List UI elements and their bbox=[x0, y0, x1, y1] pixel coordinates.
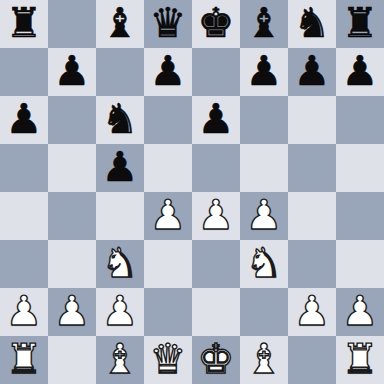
square-b4[interactable] bbox=[48, 192, 96, 240]
square-h3[interactable] bbox=[336, 240, 384, 288]
square-c3[interactable]: ♞ bbox=[96, 240, 144, 288]
black-pawn-piece[interactable]: ♟ bbox=[294, 47, 331, 95]
black-queen-piece[interactable]: ♛ bbox=[150, 0, 187, 47]
square-h5[interactable] bbox=[336, 144, 384, 192]
white-pawn-piece[interactable]: ♟ bbox=[54, 287, 91, 335]
square-a1[interactable]: ♜ bbox=[0, 336, 48, 384]
square-b3[interactable] bbox=[48, 240, 96, 288]
square-b8[interactable] bbox=[48, 0, 96, 48]
square-e8[interactable]: ♚ bbox=[192, 0, 240, 48]
square-a8[interactable]: ♜ bbox=[0, 0, 48, 48]
black-rook-piece[interactable]: ♜ bbox=[6, 0, 43, 47]
square-g5[interactable] bbox=[288, 144, 336, 192]
black-knight-piece[interactable]: ♞ bbox=[102, 95, 139, 143]
square-d1[interactable]: ♛ bbox=[144, 336, 192, 384]
square-h4[interactable] bbox=[336, 192, 384, 240]
black-bishop-piece[interactable]: ♝ bbox=[246, 0, 283, 47]
black-knight-piece[interactable]: ♞ bbox=[294, 0, 331, 47]
square-b6[interactable] bbox=[48, 96, 96, 144]
square-c4[interactable] bbox=[96, 192, 144, 240]
square-g3[interactable] bbox=[288, 240, 336, 288]
chess-board: ♜♝♛♚♝♞♜♟♟♟♟♟♟♞♟♟♟♟♟♞♞♟♟♟♟♟♜♝♛♚♝♜ bbox=[0, 0, 384, 384]
square-c1[interactable]: ♝ bbox=[96, 336, 144, 384]
square-f6[interactable] bbox=[240, 96, 288, 144]
square-f5[interactable] bbox=[240, 144, 288, 192]
square-f2[interactable] bbox=[240, 288, 288, 336]
square-c5[interactable]: ♟ bbox=[96, 144, 144, 192]
black-king-piece[interactable]: ♚ bbox=[198, 0, 235, 47]
square-b7[interactable]: ♟ bbox=[48, 48, 96, 96]
white-queen-piece[interactable]: ♛ bbox=[150, 335, 187, 383]
square-g4[interactable] bbox=[288, 192, 336, 240]
black-rook-piece[interactable]: ♜ bbox=[342, 0, 379, 47]
square-e6[interactable]: ♟ bbox=[192, 96, 240, 144]
square-b5[interactable] bbox=[48, 144, 96, 192]
square-d5[interactable] bbox=[144, 144, 192, 192]
square-d7[interactable]: ♟ bbox=[144, 48, 192, 96]
black-pawn-piece[interactable]: ♟ bbox=[6, 95, 43, 143]
square-c2[interactable]: ♟ bbox=[96, 288, 144, 336]
white-pawn-piece[interactable]: ♟ bbox=[198, 191, 235, 239]
square-a4[interactable] bbox=[0, 192, 48, 240]
square-h1[interactable]: ♜ bbox=[336, 336, 384, 384]
square-d2[interactable] bbox=[144, 288, 192, 336]
white-pawn-piece[interactable]: ♟ bbox=[150, 191, 187, 239]
square-g8[interactable]: ♞ bbox=[288, 0, 336, 48]
square-a7[interactable] bbox=[0, 48, 48, 96]
square-h2[interactable]: ♟ bbox=[336, 288, 384, 336]
square-b2[interactable]: ♟ bbox=[48, 288, 96, 336]
white-pawn-piece[interactable]: ♟ bbox=[342, 287, 379, 335]
square-g1[interactable] bbox=[288, 336, 336, 384]
square-h7[interactable]: ♟ bbox=[336, 48, 384, 96]
square-c6[interactable]: ♞ bbox=[96, 96, 144, 144]
square-c8[interactable]: ♝ bbox=[96, 0, 144, 48]
square-g7[interactable]: ♟ bbox=[288, 48, 336, 96]
white-knight-piece[interactable]: ♞ bbox=[246, 239, 283, 287]
black-pawn-piece[interactable]: ♟ bbox=[198, 95, 235, 143]
black-pawn-piece[interactable]: ♟ bbox=[342, 47, 379, 95]
square-b1[interactable] bbox=[48, 336, 96, 384]
square-d4[interactable]: ♟ bbox=[144, 192, 192, 240]
white-rook-piece[interactable]: ♜ bbox=[342, 335, 379, 383]
square-e4[interactable]: ♟ bbox=[192, 192, 240, 240]
square-e2[interactable] bbox=[192, 288, 240, 336]
square-f3[interactable]: ♞ bbox=[240, 240, 288, 288]
white-pawn-piece[interactable]: ♟ bbox=[246, 191, 283, 239]
white-knight-piece[interactable]: ♞ bbox=[102, 239, 139, 287]
white-king-piece[interactable]: ♚ bbox=[198, 335, 235, 383]
white-pawn-piece[interactable]: ♟ bbox=[294, 287, 331, 335]
white-pawn-piece[interactable]: ♟ bbox=[6, 287, 43, 335]
square-a3[interactable] bbox=[0, 240, 48, 288]
square-a2[interactable]: ♟ bbox=[0, 288, 48, 336]
square-f7[interactable]: ♟ bbox=[240, 48, 288, 96]
square-c7[interactable] bbox=[96, 48, 144, 96]
square-d6[interactable] bbox=[144, 96, 192, 144]
square-e3[interactable] bbox=[192, 240, 240, 288]
square-a6[interactable]: ♟ bbox=[0, 96, 48, 144]
square-f8[interactable]: ♝ bbox=[240, 0, 288, 48]
square-g2[interactable]: ♟ bbox=[288, 288, 336, 336]
black-pawn-piece[interactable]: ♟ bbox=[102, 143, 139, 191]
black-pawn-piece[interactable]: ♟ bbox=[246, 47, 283, 95]
square-f1[interactable]: ♝ bbox=[240, 336, 288, 384]
square-e1[interactable]: ♚ bbox=[192, 336, 240, 384]
square-a5[interactable] bbox=[0, 144, 48, 192]
square-d8[interactable]: ♛ bbox=[144, 0, 192, 48]
square-d3[interactable] bbox=[144, 240, 192, 288]
black-bishop-piece[interactable]: ♝ bbox=[102, 0, 139, 47]
square-f4[interactable]: ♟ bbox=[240, 192, 288, 240]
square-h6[interactable] bbox=[336, 96, 384, 144]
white-bishop-piece[interactable]: ♝ bbox=[246, 335, 283, 383]
black-pawn-piece[interactable]: ♟ bbox=[54, 47, 91, 95]
square-e5[interactable] bbox=[192, 144, 240, 192]
square-e7[interactable] bbox=[192, 48, 240, 96]
white-rook-piece[interactable]: ♜ bbox=[6, 335, 43, 383]
square-h8[interactable]: ♜ bbox=[336, 0, 384, 48]
white-pawn-piece[interactable]: ♟ bbox=[102, 287, 139, 335]
black-pawn-piece[interactable]: ♟ bbox=[150, 47, 187, 95]
square-g6[interactable] bbox=[288, 96, 336, 144]
white-bishop-piece[interactable]: ♝ bbox=[102, 335, 139, 383]
